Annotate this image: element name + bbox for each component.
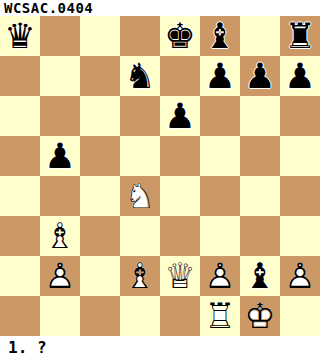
square-f8[interactable]: ♝ (200, 16, 240, 56)
piece-white-knight[interactable]: ♞♘ (120, 176, 160, 216)
square-d7[interactable]: ♞ (120, 56, 160, 96)
square-g1[interactable]: ♚♔ (240, 296, 280, 336)
square-b1[interactable] (40, 296, 80, 336)
puzzle-id-title: WCSAC.0404 (0, 0, 320, 16)
square-h5[interactable] (280, 136, 320, 176)
piece-black-bishop[interactable]: ♝ (240, 256, 280, 296)
black-queen-glyph: ♛ (0, 16, 40, 56)
square-g8[interactable] (240, 16, 280, 56)
piece-black-pawn[interactable]: ♟ (160, 96, 200, 136)
square-a2[interactable] (0, 256, 40, 296)
square-c3[interactable] (80, 216, 120, 256)
piece-black-pawn[interactable]: ♟ (240, 56, 280, 96)
square-d6[interactable] (120, 96, 160, 136)
square-h2[interactable]: ♟♙ (280, 256, 320, 296)
square-e4[interactable] (160, 176, 200, 216)
square-c2[interactable] (80, 256, 120, 296)
black-pawn-glyph: ♟ (40, 136, 80, 176)
white-pawn-outline-glyph: ♙ (40, 256, 80, 296)
black-knight-glyph: ♞ (120, 56, 160, 96)
square-b8[interactable] (40, 16, 80, 56)
piece-white-rook[interactable]: ♜♖ (200, 296, 240, 336)
square-b3[interactable]: ♝♗ (40, 216, 80, 256)
piece-white-pawn[interactable]: ♟♙ (40, 256, 80, 296)
square-g5[interactable] (240, 136, 280, 176)
move-prompt: 1. ? (0, 336, 320, 360)
white-bishop-outline-glyph: ♗ (40, 216, 80, 256)
square-g7[interactable]: ♟ (240, 56, 280, 96)
square-d5[interactable] (120, 136, 160, 176)
square-a5[interactable] (0, 136, 40, 176)
piece-black-knight[interactable]: ♞ (120, 56, 160, 96)
square-d4[interactable]: ♞♘ (120, 176, 160, 216)
square-e8[interactable]: ♚ (160, 16, 200, 56)
square-e1[interactable] (160, 296, 200, 336)
white-pawn-outline-glyph: ♙ (280, 256, 320, 296)
square-e3[interactable] (160, 216, 200, 256)
black-king-glyph: ♚ (160, 16, 200, 56)
square-c6[interactable] (80, 96, 120, 136)
piece-black-pawn[interactable]: ♟ (280, 56, 320, 96)
black-rook-glyph: ♜ (280, 16, 320, 56)
chess-board: ♛♚♝♜♞♟♟♟♟♟♞♘♝♗♟♙♝♗♛♕♟♙♝♟♙♜♖♚♔ (0, 16, 320, 336)
square-e5[interactable] (160, 136, 200, 176)
piece-black-pawn[interactable]: ♟ (200, 56, 240, 96)
black-pawn-glyph: ♟ (240, 56, 280, 96)
square-d3[interactable] (120, 216, 160, 256)
square-h4[interactable] (280, 176, 320, 216)
square-a1[interactable] (0, 296, 40, 336)
square-g3[interactable] (240, 216, 280, 256)
piece-white-pawn[interactable]: ♟♙ (200, 256, 240, 296)
white-knight-outline-glyph: ♘ (120, 176, 160, 216)
black-bishop-glyph: ♝ (240, 256, 280, 296)
square-b5[interactable]: ♟ (40, 136, 80, 176)
square-a6[interactable] (0, 96, 40, 136)
black-pawn-glyph: ♟ (280, 56, 320, 96)
square-f3[interactable] (200, 216, 240, 256)
square-h7[interactable]: ♟ (280, 56, 320, 96)
square-b2[interactable]: ♟♙ (40, 256, 80, 296)
white-queen-outline-glyph: ♕ (160, 256, 200, 296)
piece-white-bishop[interactable]: ♝♗ (120, 256, 160, 296)
square-c8[interactable] (80, 16, 120, 56)
piece-black-pawn[interactable]: ♟ (40, 136, 80, 176)
square-a8[interactable]: ♛ (0, 16, 40, 56)
piece-white-king[interactable]: ♚♔ (240, 296, 280, 336)
square-c5[interactable] (80, 136, 120, 176)
square-d8[interactable] (120, 16, 160, 56)
piece-black-queen[interactable]: ♛ (0, 16, 40, 56)
white-bishop-outline-glyph: ♗ (120, 256, 160, 296)
square-h1[interactable] (280, 296, 320, 336)
square-f5[interactable] (200, 136, 240, 176)
piece-black-rook[interactable]: ♜ (280, 16, 320, 56)
square-c4[interactable] (80, 176, 120, 216)
square-a4[interactable] (0, 176, 40, 216)
square-d1[interactable] (120, 296, 160, 336)
square-d2[interactable]: ♝♗ (120, 256, 160, 296)
black-pawn-glyph: ♟ (200, 56, 240, 96)
square-e6[interactable]: ♟ (160, 96, 200, 136)
square-g2[interactable]: ♝ (240, 256, 280, 296)
square-g6[interactable] (240, 96, 280, 136)
square-c7[interactable] (80, 56, 120, 96)
square-f4[interactable] (200, 176, 240, 216)
square-f2[interactable]: ♟♙ (200, 256, 240, 296)
square-a3[interactable] (0, 216, 40, 256)
square-b4[interactable] (40, 176, 80, 216)
square-b6[interactable] (40, 96, 80, 136)
square-f7[interactable]: ♟ (200, 56, 240, 96)
square-e2[interactable]: ♛♕ (160, 256, 200, 296)
square-e7[interactable] (160, 56, 200, 96)
piece-white-queen[interactable]: ♛♕ (160, 256, 200, 296)
square-h6[interactable] (280, 96, 320, 136)
piece-black-bishop[interactable]: ♝ (200, 16, 240, 56)
white-king-outline-glyph: ♔ (240, 296, 280, 336)
white-rook-outline-glyph: ♖ (200, 296, 240, 336)
square-h3[interactable] (280, 216, 320, 256)
square-f6[interactable] (200, 96, 240, 136)
square-a7[interactable] (0, 56, 40, 96)
square-b7[interactable] (40, 56, 80, 96)
square-c1[interactable] (80, 296, 120, 336)
black-pawn-glyph: ♟ (160, 96, 200, 136)
square-h8[interactable]: ♜ (280, 16, 320, 56)
white-pawn-outline-glyph: ♙ (200, 256, 240, 296)
square-f1[interactable]: ♜♖ (200, 296, 240, 336)
piece-white-bishop[interactable]: ♝♗ (40, 216, 80, 256)
square-g4[interactable] (240, 176, 280, 216)
piece-white-pawn[interactable]: ♟♙ (280, 256, 320, 296)
black-bishop-glyph: ♝ (200, 16, 240, 56)
piece-black-king[interactable]: ♚ (160, 16, 200, 56)
